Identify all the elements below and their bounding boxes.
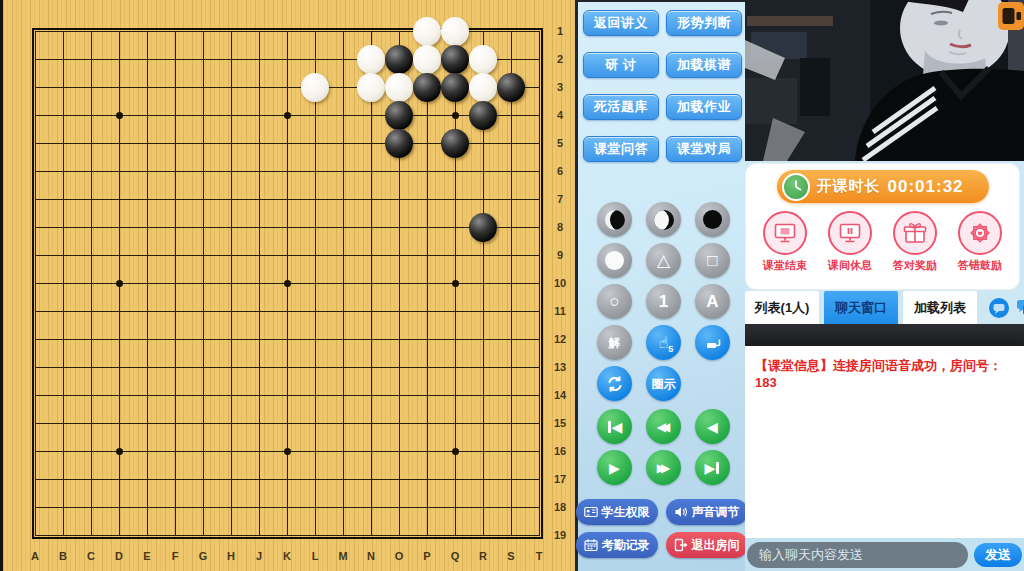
intersection-O13[interactable]	[385, 353, 413, 381]
intersection-R16[interactable]	[469, 437, 497, 465]
intersection-F5[interactable]	[161, 129, 189, 157]
intersection-Q9[interactable]	[441, 241, 469, 269]
intersection-F3[interactable]	[161, 73, 189, 101]
intersection-E6[interactable]	[133, 157, 161, 185]
circle-mark-icon[interactable]: ○	[597, 284, 632, 319]
intersection-O10[interactable]	[385, 269, 413, 297]
intersection-G19[interactable]	[189, 521, 217, 549]
intersection-S4[interactable]	[497, 101, 525, 129]
intersection-D11[interactable]	[105, 297, 133, 325]
intersection-N19[interactable]	[357, 521, 385, 549]
intersection-S1[interactable]	[497, 17, 525, 45]
intersection-M16[interactable]	[329, 437, 357, 465]
intersection-J13[interactable]	[245, 353, 273, 381]
intersection-A14[interactable]	[21, 381, 49, 409]
intersection-M17[interactable]	[329, 465, 357, 493]
intersection-B10[interactable]	[49, 269, 77, 297]
menu-button-7[interactable]: 课堂对局	[666, 136, 742, 162]
tab-1[interactable]: 聊天窗口	[824, 291, 898, 324]
intersection-H2[interactable]	[217, 45, 245, 73]
intersection-M14[interactable]	[329, 381, 357, 409]
intersection-G15[interactable]	[189, 409, 217, 437]
intersection-J8[interactable]	[245, 213, 273, 241]
intersection-A2[interactable]	[21, 45, 49, 73]
intersection-O9[interactable]	[385, 241, 413, 269]
intersection-S16[interactable]	[497, 437, 525, 465]
calendar-button[interactable]: 考勤记录	[576, 532, 658, 558]
intersection-M11[interactable]	[329, 297, 357, 325]
intersection-M9[interactable]	[329, 241, 357, 269]
menu-button-3[interactable]: 加载棋谱	[666, 52, 742, 78]
intersection-J2[interactable]	[245, 45, 273, 73]
intersection-K14[interactable]	[273, 381, 301, 409]
intersection-M6[interactable]	[329, 157, 357, 185]
intersection-S15[interactable]	[497, 409, 525, 437]
intersection-B5[interactable]	[49, 129, 77, 157]
intersection-P4[interactable]	[413, 101, 441, 129]
intersection-P14[interactable]	[413, 381, 441, 409]
intersection-G13[interactable]	[189, 353, 217, 381]
intersection-B9[interactable]	[49, 241, 77, 269]
letter-mark-icon[interactable]: A	[695, 284, 730, 319]
intersection-M7[interactable]	[329, 185, 357, 213]
intersection-B7[interactable]	[49, 185, 77, 213]
intersection-D2[interactable]	[105, 45, 133, 73]
intersection-K15[interactable]	[273, 409, 301, 437]
intersection-N4[interactable]	[357, 101, 385, 129]
intersection-E2[interactable]	[133, 45, 161, 73]
intersection-Q8[interactable]	[441, 213, 469, 241]
intersection-H10[interactable]	[217, 269, 245, 297]
intersection-H14[interactable]	[217, 381, 245, 409]
intersection-Q10[interactable]	[441, 269, 469, 297]
intersection-B2[interactable]	[49, 45, 77, 73]
intersection-L8[interactable]	[301, 213, 329, 241]
menu-button-5[interactable]: 加载作业	[666, 94, 742, 120]
gift-reward-button[interactable]: 答对奖励	[884, 211, 946, 273]
white-stone[interactable]	[413, 45, 441, 74]
intersection-C17[interactable]	[77, 465, 105, 493]
intersection-D3[interactable]	[105, 73, 133, 101]
fast-forward-button[interactable]: ▶▶	[646, 450, 681, 485]
chat-input[interactable]	[747, 542, 968, 568]
black-stone[interactable]	[441, 73, 469, 102]
tab-2[interactable]: 加载列表	[903, 291, 977, 324]
square-mark-icon[interactable]: □	[695, 243, 730, 278]
intersection-E18[interactable]	[133, 493, 161, 521]
intersection-P16[interactable]	[413, 437, 441, 465]
intersection-G14[interactable]	[189, 381, 217, 409]
intersection-F13[interactable]	[161, 353, 189, 381]
intersection-H4[interactable]	[217, 101, 245, 129]
intersection-C8[interactable]	[77, 213, 105, 241]
intersection-Q7[interactable]	[441, 185, 469, 213]
intersection-S5[interactable]	[497, 129, 525, 157]
intersection-D5[interactable]	[105, 129, 133, 157]
intersection-Q13[interactable]	[441, 353, 469, 381]
intersection-P11[interactable]	[413, 297, 441, 325]
intersection-F2[interactable]	[161, 45, 189, 73]
intersection-M12[interactable]	[329, 325, 357, 353]
intersection-S8[interactable]	[497, 213, 525, 241]
intersection-A12[interactable]	[21, 325, 49, 353]
answer-icon[interactable]: 解	[597, 325, 632, 360]
intersection-L19[interactable]	[301, 521, 329, 549]
intersection-G18[interactable]	[189, 493, 217, 521]
intersection-J12[interactable]	[245, 325, 273, 353]
intersection-A8[interactable]	[21, 213, 49, 241]
intersection-E7[interactable]	[133, 185, 161, 213]
intersection-M2[interactable]	[329, 45, 357, 73]
intersection-J1[interactable]	[245, 17, 273, 45]
intersection-J9[interactable]	[245, 241, 273, 269]
intersection-K11[interactable]	[273, 297, 301, 325]
intersection-K3[interactable]	[273, 73, 301, 101]
intersection-F10[interactable]	[161, 269, 189, 297]
intersection-C11[interactable]	[77, 297, 105, 325]
intersection-N12[interactable]	[357, 325, 385, 353]
intersection-D18[interactable]	[105, 493, 133, 521]
intersection-M8[interactable]	[329, 213, 357, 241]
camera-icon[interactable]	[998, 2, 1024, 30]
intersection-S18[interactable]	[497, 493, 525, 521]
black-stone[interactable]	[469, 213, 497, 242]
intersection-H16[interactable]	[217, 437, 245, 465]
intersection-L18[interactable]	[301, 493, 329, 521]
intersection-N17[interactable]	[357, 465, 385, 493]
intersection-E17[interactable]	[133, 465, 161, 493]
intersection-B13[interactable]	[49, 353, 77, 381]
intersection-M3[interactable]	[329, 73, 357, 101]
intersection-K5[interactable]	[273, 129, 301, 157]
intersection-E11[interactable]	[133, 297, 161, 325]
intersection-B4[interactable]	[49, 101, 77, 129]
intersection-A10[interactable]	[21, 269, 49, 297]
intersection-H3[interactable]	[217, 73, 245, 101]
intersection-B1[interactable]	[49, 17, 77, 45]
chat-bubbles-icon[interactable]	[1015, 296, 1024, 320]
intersection-J5[interactable]	[245, 129, 273, 157]
intersection-A9[interactable]	[21, 241, 49, 269]
intersection-H5[interactable]	[217, 129, 245, 157]
intersection-F8[interactable]	[161, 213, 189, 241]
intersection-J19[interactable]	[245, 521, 273, 549]
intersection-N2[interactable]	[357, 45, 385, 73]
intersection-L14[interactable]	[301, 381, 329, 409]
intersection-S7[interactable]	[497, 185, 525, 213]
intersection-J11[interactable]	[245, 297, 273, 325]
intersection-J6[interactable]	[245, 157, 273, 185]
intersection-D10[interactable]	[105, 269, 133, 297]
number-mark-icon[interactable]: 1	[646, 284, 681, 319]
white-stone[interactable]	[441, 17, 469, 46]
intersection-R19[interactable]	[469, 521, 497, 549]
intersection-C19[interactable]	[77, 521, 105, 549]
intersection-P17[interactable]	[413, 465, 441, 493]
intersection-D6[interactable]	[105, 157, 133, 185]
intersection-H13[interactable]	[217, 353, 245, 381]
intersection-E5[interactable]	[133, 129, 161, 157]
intersection-A1[interactable]	[21, 17, 49, 45]
intersection-Q12[interactable]	[441, 325, 469, 353]
intersection-B14[interactable]	[49, 381, 77, 409]
intersection-B11[interactable]	[49, 297, 77, 325]
intersection-B15[interactable]	[49, 409, 77, 437]
intersection-F19[interactable]	[161, 521, 189, 549]
intersection-D4[interactable]	[105, 101, 133, 129]
send-button[interactable]: 发送	[974, 543, 1022, 567]
intersection-Q17[interactable]	[441, 465, 469, 493]
intersection-D14[interactable]	[105, 381, 133, 409]
intersection-P15[interactable]	[413, 409, 441, 437]
intersection-D17[interactable]	[105, 465, 133, 493]
intersection-Q19[interactable]	[441, 521, 469, 549]
intersection-N13[interactable]	[357, 353, 385, 381]
intersection-M1[interactable]	[329, 17, 357, 45]
intersection-O8[interactable]	[385, 213, 413, 241]
rewind-button[interactable]: ◀◀	[646, 409, 681, 444]
intersection-B12[interactable]	[49, 325, 77, 353]
intersection-R9[interactable]	[469, 241, 497, 269]
intersection-F1[interactable]	[161, 17, 189, 45]
intersection-L9[interactable]	[301, 241, 329, 269]
intersection-P19[interactable]	[413, 521, 441, 549]
intersection-J10[interactable]	[245, 269, 273, 297]
intersection-K4[interactable]	[273, 101, 301, 129]
intersection-K6[interactable]	[273, 157, 301, 185]
intersection-L1[interactable]	[301, 17, 329, 45]
id-card-button[interactable]: 学生权限	[576, 499, 658, 525]
intersection-N7[interactable]	[357, 185, 385, 213]
intersection-L17[interactable]	[301, 465, 329, 493]
intersection-O6[interactable]	[385, 157, 413, 185]
black-stone[interactable]	[469, 101, 497, 130]
intersection-M10[interactable]	[329, 269, 357, 297]
intersection-G16[interactable]	[189, 437, 217, 465]
hand-five-icon[interactable]: ☝5	[646, 325, 681, 360]
white-stone[interactable]	[413, 17, 441, 46]
intersection-K8[interactable]	[273, 213, 301, 241]
intersection-J3[interactable]	[245, 73, 273, 101]
intersection-F7[interactable]	[161, 185, 189, 213]
intersection-H11[interactable]	[217, 297, 245, 325]
intersection-S3[interactable]	[497, 73, 525, 101]
intersection-R14[interactable]	[469, 381, 497, 409]
intersection-N10[interactable]	[357, 269, 385, 297]
intersection-H15[interactable]	[217, 409, 245, 437]
intersection-C15[interactable]	[77, 409, 105, 437]
intersection-K12[interactable]	[273, 325, 301, 353]
intersection-P5[interactable]	[413, 129, 441, 157]
intersection-E4[interactable]	[133, 101, 161, 129]
speaker-button[interactable]: 声音调节	[666, 499, 748, 525]
intersection-O5[interactable]	[385, 129, 413, 157]
intersection-F4[interactable]	[161, 101, 189, 129]
intersection-R4[interactable]	[469, 101, 497, 129]
intersection-Q4[interactable]	[441, 101, 469, 129]
intersection-E14[interactable]	[133, 381, 161, 409]
intersection-C14[interactable]	[77, 381, 105, 409]
intersection-O3[interactable]	[385, 73, 413, 101]
tab-0[interactable]: 列表(1人)	[745, 291, 819, 324]
white-stone[interactable]	[469, 45, 497, 74]
intersection-Q16[interactable]	[441, 437, 469, 465]
intersection-A7[interactable]	[21, 185, 49, 213]
intersection-L13[interactable]	[301, 353, 329, 381]
intersection-G17[interactable]	[189, 465, 217, 493]
intersection-J4[interactable]	[245, 101, 273, 129]
intersection-G11[interactable]	[189, 297, 217, 325]
intersection-C1[interactable]	[77, 17, 105, 45]
black-stone[interactable]	[497, 73, 525, 102]
intersection-B8[interactable]	[49, 213, 77, 241]
intersection-B6[interactable]	[49, 157, 77, 185]
badge-reward-button[interactable]: 答错鼓励	[949, 211, 1011, 273]
intersection-O12[interactable]	[385, 325, 413, 353]
menu-button-6[interactable]: 课堂问答	[583, 136, 659, 162]
intersection-P12[interactable]	[413, 325, 441, 353]
intersection-Q3[interactable]	[441, 73, 469, 101]
intersection-M13[interactable]	[329, 353, 357, 381]
intersection-D15[interactable]	[105, 409, 133, 437]
black-stone[interactable]	[413, 73, 441, 102]
intersection-G12[interactable]	[189, 325, 217, 353]
refresh-icon[interactable]	[597, 366, 632, 401]
intersection-P6[interactable]	[413, 157, 441, 185]
intersection-E9[interactable]	[133, 241, 161, 269]
black-stone[interactable]	[441, 45, 469, 74]
intersection-N6[interactable]	[357, 157, 385, 185]
intersection-H6[interactable]	[217, 157, 245, 185]
white-stone[interactable]	[469, 73, 497, 102]
intersection-A17[interactable]	[21, 465, 49, 493]
intersection-O17[interactable]	[385, 465, 413, 493]
intersection-D8[interactable]	[105, 213, 133, 241]
intersection-D7[interactable]	[105, 185, 133, 213]
intersection-O2[interactable]	[385, 45, 413, 73]
intersection-P7[interactable]	[413, 185, 441, 213]
black-stone[interactable]	[385, 45, 413, 74]
intersection-H12[interactable]	[217, 325, 245, 353]
alternate-black-icon[interactable]	[597, 202, 632, 237]
intersection-A16[interactable]	[21, 437, 49, 465]
intersection-E1[interactable]	[133, 17, 161, 45]
intersection-R8[interactable]	[469, 213, 497, 241]
intersection-A15[interactable]	[21, 409, 49, 437]
intersection-N11[interactable]	[357, 297, 385, 325]
intersection-S6[interactable]	[497, 157, 525, 185]
intersection-H19[interactable]	[217, 521, 245, 549]
intersection-C4[interactable]	[77, 101, 105, 129]
intersection-G9[interactable]	[189, 241, 217, 269]
intersection-F11[interactable]	[161, 297, 189, 325]
intersection-E19[interactable]	[133, 521, 161, 549]
intersection-C7[interactable]	[77, 185, 105, 213]
intersection-K16[interactable]	[273, 437, 301, 465]
intersection-N3[interactable]	[357, 73, 385, 101]
intersection-K17[interactable]	[273, 465, 301, 493]
intersection-J17[interactable]	[245, 465, 273, 493]
intersection-O11[interactable]	[385, 297, 413, 325]
intersection-A4[interactable]	[21, 101, 49, 129]
intersection-F18[interactable]	[161, 493, 189, 521]
intersection-S12[interactable]	[497, 325, 525, 353]
intersection-D12[interactable]	[105, 325, 133, 353]
intersection-G6[interactable]	[189, 157, 217, 185]
intersection-G5[interactable]	[189, 129, 217, 157]
intersection-H8[interactable]	[217, 213, 245, 241]
intersection-A5[interactable]	[21, 129, 49, 157]
intersection-F15[interactable]	[161, 409, 189, 437]
intersection-F16[interactable]	[161, 437, 189, 465]
round-chat-icon[interactable]	[988, 296, 1012, 320]
intersection-O1[interactable]	[385, 17, 413, 45]
intersection-K18[interactable]	[273, 493, 301, 521]
intersection-G8[interactable]	[189, 213, 217, 241]
intersection-Q11[interactable]	[441, 297, 469, 325]
intersection-H17[interactable]	[217, 465, 245, 493]
intersection-A6[interactable]	[21, 157, 49, 185]
intersection-E8[interactable]	[133, 213, 161, 241]
intersection-P13[interactable]	[413, 353, 441, 381]
intersection-N15[interactable]	[357, 409, 385, 437]
intersection-L12[interactable]	[301, 325, 329, 353]
place-white-icon[interactable]	[597, 243, 632, 278]
intersection-O18[interactable]	[385, 493, 413, 521]
eraser-icon[interactable]	[695, 325, 730, 360]
intersection-L5[interactable]	[301, 129, 329, 157]
intersection-J16[interactable]	[245, 437, 273, 465]
intersection-Q15[interactable]	[441, 409, 469, 437]
intersection-M15[interactable]	[329, 409, 357, 437]
intersection-E13[interactable]	[133, 353, 161, 381]
intersection-L6[interactable]	[301, 157, 329, 185]
intersection-O7[interactable]	[385, 185, 413, 213]
intersection-N1[interactable]	[357, 17, 385, 45]
intersection-L15[interactable]	[301, 409, 329, 437]
circle-show-icon[interactable]: 圈示	[646, 366, 681, 401]
intersection-R12[interactable]	[469, 325, 497, 353]
black-stone[interactable]	[385, 129, 413, 158]
intersection-G10[interactable]	[189, 269, 217, 297]
intersection-Q5[interactable]	[441, 129, 469, 157]
intersection-A13[interactable]	[21, 353, 49, 381]
intersection-E12[interactable]	[133, 325, 161, 353]
intersection-P1[interactable]	[413, 17, 441, 45]
skip-end-button[interactable]: ▶	[695, 450, 730, 485]
intersection-E3[interactable]	[133, 73, 161, 101]
intersection-R15[interactable]	[469, 409, 497, 437]
intersection-C3[interactable]	[77, 73, 105, 101]
intersection-L4[interactable]	[301, 101, 329, 129]
intersection-Q2[interactable]	[441, 45, 469, 73]
intersection-G2[interactable]	[189, 45, 217, 73]
intersection-L11[interactable]	[301, 297, 329, 325]
menu-button-2[interactable]: 研 讨	[583, 52, 659, 78]
intersection-F9[interactable]	[161, 241, 189, 269]
white-stone[interactable]	[357, 73, 385, 102]
intersection-C6[interactable]	[77, 157, 105, 185]
black-stone[interactable]	[385, 101, 413, 130]
intersection-S13[interactable]	[497, 353, 525, 381]
monitor-pause-reward-button[interactable]: 课间休息	[819, 211, 881, 273]
intersection-N8[interactable]	[357, 213, 385, 241]
intersection-H1[interactable]	[217, 17, 245, 45]
intersection-S19[interactable]	[497, 521, 525, 549]
intersection-R18[interactable]	[469, 493, 497, 521]
intersection-J7[interactable]	[245, 185, 273, 213]
intersection-R2[interactable]	[469, 45, 497, 73]
